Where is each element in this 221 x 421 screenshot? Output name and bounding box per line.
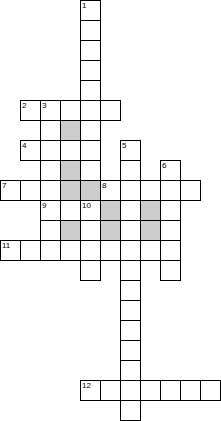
cell-r5c4[interactable]	[80, 100, 101, 121]
cell-r10c7-shaded[interactable]	[140, 200, 161, 221]
cell-r12c0[interactable]: 11	[0, 240, 21, 261]
cell-r10c2[interactable]: 9	[40, 200, 61, 221]
cell-r11c8[interactable]	[160, 220, 181, 241]
cell-r9c7[interactable]	[140, 180, 161, 201]
clue-number-4: 4	[22, 141, 26, 150]
cell-r8c3-shaded[interactable]	[60, 160, 81, 181]
cell-r9c2[interactable]	[40, 180, 61, 201]
cell-r9c4-shaded[interactable]	[80, 180, 101, 201]
cell-r10c8[interactable]	[160, 200, 181, 221]
cell-r12c7[interactable]	[140, 240, 161, 261]
cell-r13c4[interactable]	[80, 260, 101, 281]
cell-r12c1[interactable]	[20, 240, 41, 261]
cell-r12c2[interactable]	[40, 240, 61, 261]
clue-number-12: 12	[82, 381, 91, 390]
cell-r11c5-shaded[interactable]	[100, 220, 121, 241]
clue-number-1: 1	[82, 1, 86, 10]
cell-r20c6[interactable]	[120, 400, 141, 421]
cell-r12c6[interactable]	[120, 240, 141, 261]
cell-r11c3-shaded[interactable]	[60, 220, 81, 241]
cell-r3c4[interactable]	[80, 60, 101, 81]
cell-r9c8[interactable]	[160, 180, 181, 201]
cell-r2c4[interactable]	[80, 40, 101, 61]
cell-r11c2[interactable]	[40, 220, 61, 241]
cell-r11c6[interactable]	[120, 220, 141, 241]
crossword-grid: 123456789101112	[0, 0, 221, 421]
cell-r19c9[interactable]	[180, 380, 201, 401]
clue-number-10: 10	[82, 201, 91, 210]
cell-r17c6[interactable]	[120, 340, 141, 361]
clue-number-8: 8	[102, 181, 106, 190]
cell-r19c4[interactable]: 12	[80, 380, 101, 401]
cell-r1c4[interactable]	[80, 20, 101, 41]
cell-r12c3[interactable]	[60, 240, 81, 261]
cell-r0c4[interactable]: 1	[80, 0, 101, 21]
clue-number-5: 5	[122, 141, 126, 150]
cell-r10c4[interactable]: 10	[80, 200, 101, 221]
cell-r9c1[interactable]	[20, 180, 41, 201]
cell-r19c10[interactable]	[200, 380, 221, 401]
cell-r4c4[interactable]	[80, 80, 101, 101]
cell-r16c6[interactable]	[120, 320, 141, 341]
cell-r9c0[interactable]: 7	[0, 180, 21, 201]
cell-r18c6[interactable]	[120, 360, 141, 381]
cell-r5c1[interactable]: 2	[20, 100, 41, 121]
cell-r19c8[interactable]	[160, 380, 181, 401]
cell-r9c5[interactable]: 8	[100, 180, 121, 201]
cell-r15c6[interactable]	[120, 300, 141, 321]
cell-r8c6[interactable]	[120, 160, 141, 181]
cell-r7c1[interactable]: 4	[20, 140, 41, 161]
clue-number-9: 9	[42, 201, 46, 210]
clue-number-2: 2	[22, 101, 26, 110]
cell-r5c3[interactable]	[60, 100, 81, 121]
cell-r10c3[interactable]	[60, 200, 81, 221]
cell-r12c5[interactable]	[100, 240, 121, 261]
cell-r8c8[interactable]: 6	[160, 160, 181, 181]
cell-r9c3-shaded[interactable]	[60, 180, 81, 201]
cell-r8c2[interactable]	[40, 160, 61, 181]
clue-number-11: 11	[2, 241, 10, 250]
cell-r19c6[interactable]	[120, 380, 141, 401]
cell-r6c2[interactable]	[40, 120, 61, 141]
cell-r14c6[interactable]	[120, 280, 141, 301]
clue-number-6: 6	[162, 161, 166, 170]
cell-r10c5-shaded[interactable]	[100, 200, 121, 221]
cell-r13c8[interactable]	[160, 260, 181, 281]
cell-r19c5[interactable]	[100, 380, 121, 401]
cell-r7c4[interactable]	[80, 140, 101, 161]
cell-r7c3[interactable]	[60, 140, 81, 161]
cell-r19c7[interactable]	[140, 380, 161, 401]
cell-r10c6[interactable]	[120, 200, 141, 221]
cell-r11c7-shaded[interactable]	[140, 220, 161, 241]
cell-r8c4[interactable]	[80, 160, 101, 181]
cell-r5c5[interactable]	[100, 100, 121, 121]
clue-number-7: 7	[2, 181, 6, 190]
cell-r9c9[interactable]	[180, 180, 201, 201]
cell-r12c4[interactable]	[80, 240, 101, 261]
clue-number-3: 3	[42, 101, 46, 110]
cell-r11c4[interactable]	[80, 220, 101, 241]
cell-r7c2[interactable]	[40, 140, 61, 161]
cell-r7c6[interactable]: 5	[120, 140, 141, 161]
cell-r9c6[interactable]	[120, 180, 141, 201]
cell-r13c6[interactable]	[120, 260, 141, 281]
cell-r5c2[interactable]: 3	[40, 100, 61, 121]
cell-r6c4[interactable]	[80, 120, 101, 141]
cell-r12c8[interactable]	[160, 240, 181, 261]
cell-r6c3-shaded[interactable]	[60, 120, 81, 141]
